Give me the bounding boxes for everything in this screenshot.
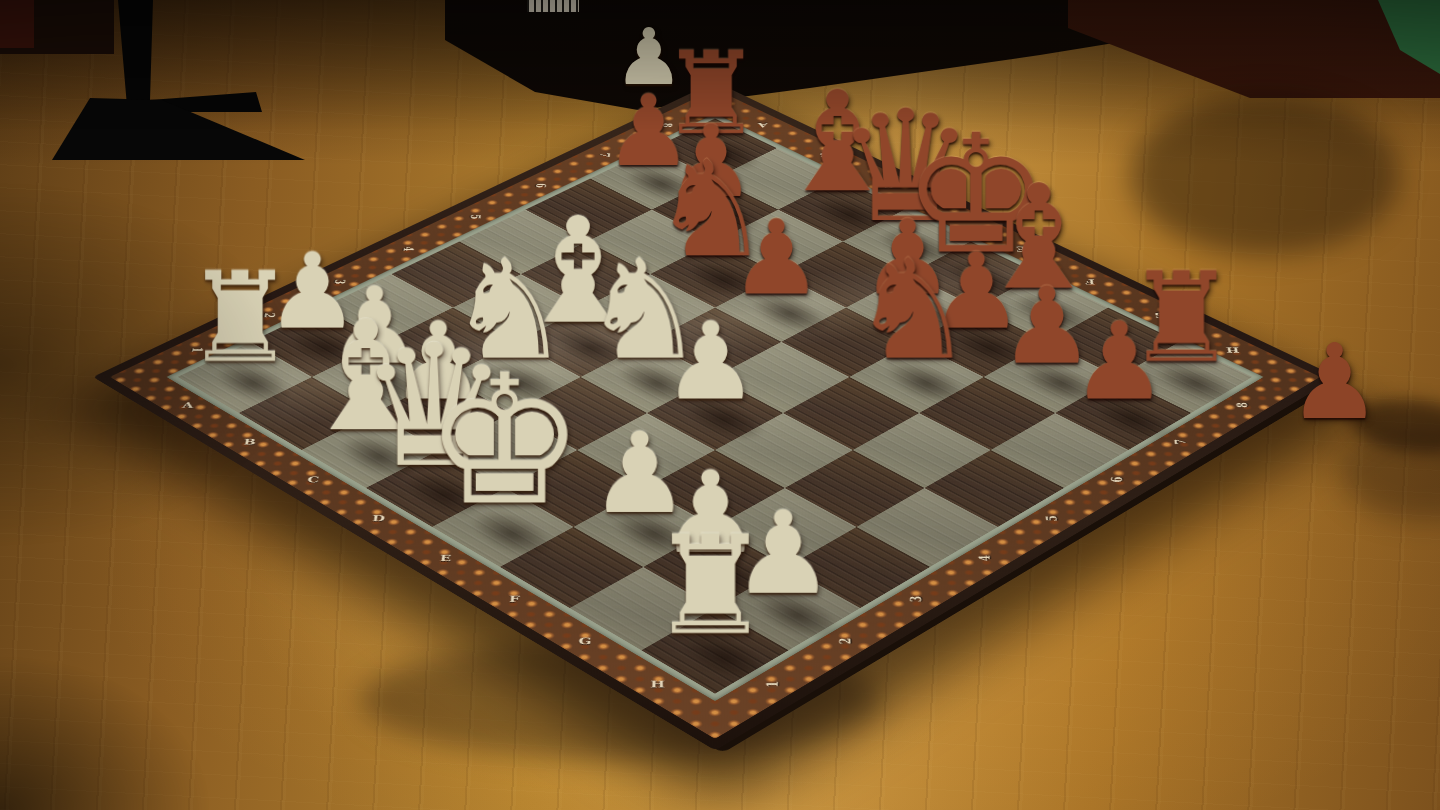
vignette xyxy=(0,0,1440,810)
scene: ♟ AABBCCDDEEFFGGHH1122334455667788 ♜♝♛♚♝… xyxy=(0,0,1440,810)
